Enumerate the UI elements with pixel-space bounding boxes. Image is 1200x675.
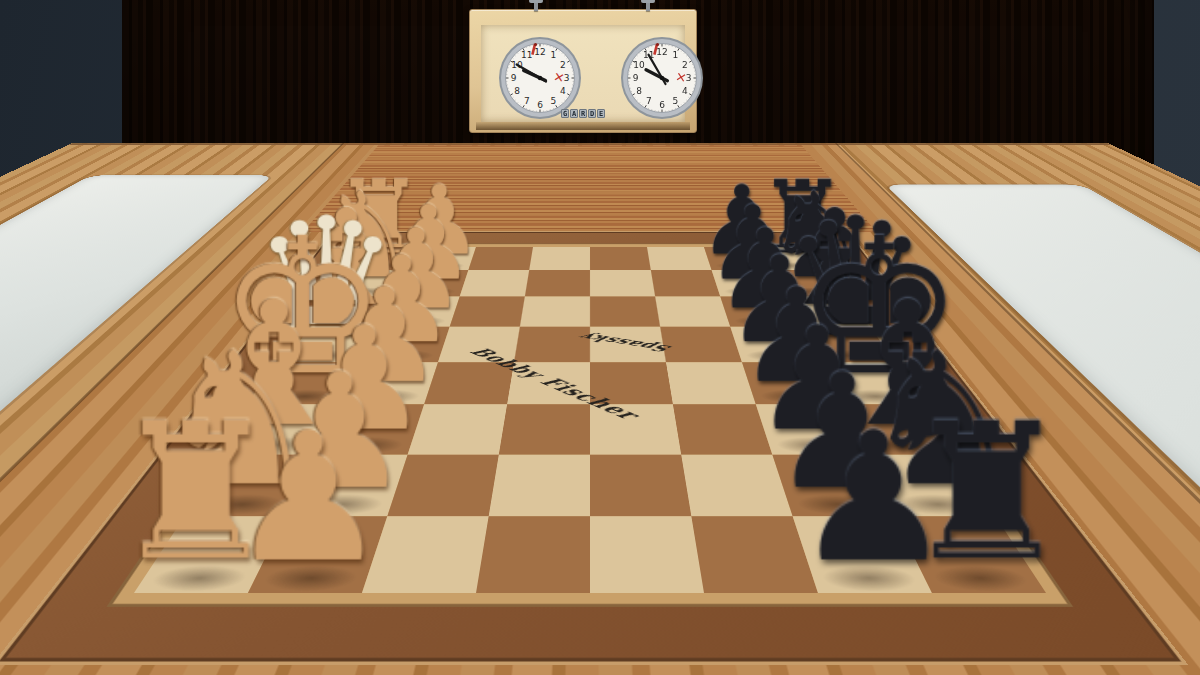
clock-numeral-5-right: 5: [672, 96, 678, 106]
square-g4: [489, 455, 590, 517]
board-squares: ♜♟♟♜♞♟♟♞♝♟♟♝♛♟♟♛♚♟♟♚♝♟♟♝♞♟♟♞♜♟♟♜: [134, 247, 1046, 593]
clock-numeral-4-right: 4: [682, 86, 688, 96]
chess-clock: 123456789101112✕ 123456789101112✕ GARDE: [469, 9, 697, 133]
square-b5: [590, 270, 655, 296]
brand-letter-R: R: [579, 109, 587, 118]
clock-brand-label: GARDE: [561, 109, 605, 118]
square-g5: [590, 455, 691, 517]
clock-numeral-4-left: 4: [560, 86, 566, 96]
square-b4: [525, 270, 590, 296]
piece-black-rook-h8: ♜: [901, 399, 1070, 587]
clock-winder-left-icon: [534, 2, 538, 11]
clock-numeral-1-left: 1: [550, 50, 556, 60]
brand-letter-G: G: [561, 109, 569, 118]
clock-numeral-2-left: 2: [560, 60, 566, 70]
clock-numeral-7-right: 7: [646, 96, 652, 106]
clock-numeral-12-right: 12: [656, 47, 667, 57]
clock-panel: 123456789101112✕ 123456789101112✕ GARDE: [481, 25, 685, 122]
brand-letter-E: E: [597, 109, 605, 118]
square-d4: [514, 327, 590, 362]
clock-numeral-8-right: 8: [636, 86, 642, 96]
clock-numeral-9-left: 9: [511, 73, 517, 83]
clock-numeral-5-left: 5: [550, 96, 556, 106]
tabletop: ♜♟♟♜♞♟♟♞♝♟♟♝♛♟♟♛♚♟♟♚♝♟♟♝♞♟♟♞♜♟♟♜ Bobby F…: [0, 143, 1200, 675]
square-h2: ♟: [248, 516, 387, 593]
clock-numeral-9-right: 9: [633, 73, 639, 83]
piece-white-pawn-h2: ♟: [227, 409, 387, 587]
clock-face-right: 123456789101112✕: [619, 35, 705, 121]
match-table-photo: ♜♟♟♜♞♟♟♞♝♟♟♝♛♟♟♛♚♟♟♚♝♟♟♝♞♟♟♞♜♟♟♜ Bobby F…: [0, 0, 1200, 675]
clock-numeral-6-right: 6: [659, 100, 665, 110]
clock-numeral-12-left: 12: [534, 47, 545, 57]
clock-numeral-8-left: 8: [514, 86, 520, 96]
square-h8: ♜: [894, 516, 1046, 593]
brand-letter-D: D: [588, 109, 596, 118]
clock-winder-right-icon: [646, 2, 650, 11]
clock-numeral-10-right: 10: [633, 60, 645, 70]
clock-numeral-7-left: 7: [524, 96, 530, 106]
clock-numeral-6-left: 6: [537, 100, 543, 110]
clock-numeral-11-left: 11: [521, 50, 532, 60]
clock-numeral-1-right: 1: [672, 50, 678, 60]
brand-letter-A: A: [570, 109, 578, 118]
clock-numeral-2-right: 2: [682, 60, 688, 70]
